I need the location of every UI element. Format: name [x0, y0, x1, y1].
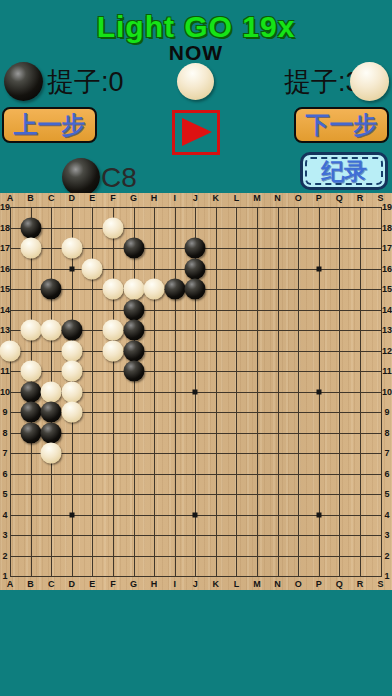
stone-white — [61, 361, 82, 382]
board-row-label: 12 — [382, 346, 392, 356]
stone-white — [102, 340, 123, 361]
board-col-label: P — [316, 193, 322, 203]
board-col-label: Q — [336, 579, 343, 589]
board-col-label: S — [377, 579, 383, 589]
board-col-label: C — [48, 193, 55, 203]
board-row-label: 14 — [0, 305, 10, 315]
board-col-label: B — [27, 579, 34, 589]
board-col-label: H — [151, 193, 158, 203]
stone-black — [123, 238, 144, 259]
board-col-label: K — [213, 579, 220, 589]
board-row-label: 6 — [2, 469, 7, 479]
board-col-label: R — [357, 579, 364, 589]
board-row-label: 9 — [384, 407, 389, 417]
stone-white — [61, 340, 82, 361]
play-button[interactable] — [172, 110, 220, 155]
board-row-label: 19 — [382, 202, 392, 212]
board-row-label: 18 — [0, 223, 10, 233]
board-star-point — [69, 512, 74, 517]
board-col-label: M — [253, 579, 261, 589]
stone-white — [61, 238, 82, 259]
board-col-label: N — [274, 579, 281, 589]
stone-black — [185, 279, 206, 300]
board-col-label: E — [89, 579, 95, 589]
board-row-label: 11 — [382, 366, 392, 376]
board-row-label: 7 — [384, 448, 389, 458]
last-move-stone-icon — [62, 158, 100, 196]
board-row-label: 11 — [0, 366, 10, 376]
stone-black — [20, 217, 41, 238]
board-row-label: 4 — [2, 510, 7, 520]
stone-white — [41, 320, 62, 341]
board-col-label: L — [234, 193, 240, 203]
board-col-label: Q — [336, 193, 343, 203]
app-title: Light GO 19x — [0, 10, 392, 44]
board-star-point — [193, 389, 198, 394]
stone-black — [185, 258, 206, 279]
stone-black — [123, 361, 144, 382]
app-screen: Light GO 19x NOW 提子:0 提子:3 上一步 下一步 C8 纪录… — [0, 0, 392, 696]
record-button[interactable]: 纪录 — [300, 152, 388, 190]
stone-white — [144, 279, 165, 300]
board-col-label: F — [110, 579, 116, 589]
board-row-label: 2 — [384, 551, 389, 561]
board-row-label: 17 — [382, 243, 392, 253]
stone-white — [61, 402, 82, 423]
board-col-label: C — [48, 579, 55, 589]
board-grid-line — [10, 433, 382, 434]
board-col-label: J — [193, 579, 198, 589]
board-col-label: P — [316, 579, 322, 589]
board-col-label: O — [295, 193, 302, 203]
black-captures-label: 提子:0 — [47, 67, 124, 98]
board-star-point — [316, 512, 321, 517]
board-grid-line — [10, 474, 382, 475]
turn-now-label: NOW — [0, 41, 392, 65]
stone-black — [123, 320, 144, 341]
stone-white — [20, 320, 41, 341]
board-col-label: M — [253, 193, 261, 203]
current-turn-white-stone-icon — [177, 63, 214, 100]
board-row-label: 15 — [0, 284, 10, 294]
stone-white — [61, 381, 82, 402]
stone-black — [185, 238, 206, 259]
board-grid-line — [10, 453, 382, 454]
board-col-label: L — [234, 579, 240, 589]
board-col-label: F — [110, 193, 116, 203]
prev-step-button[interactable]: 上一步 — [2, 107, 97, 143]
board-col-label: H — [151, 579, 158, 589]
stone-white — [102, 217, 123, 238]
board-col-label: D — [69, 193, 76, 203]
board-row-label: 16 — [382, 264, 392, 274]
stone-white — [82, 258, 103, 279]
board-col-label: B — [27, 193, 34, 203]
next-step-button[interactable]: 下一步 — [294, 107, 389, 143]
board-grid-line — [257, 207, 258, 577]
board-grid-line — [298, 207, 299, 577]
board-col-label: G — [130, 579, 137, 589]
stone-white — [41, 443, 62, 464]
black-player-stone-icon — [4, 62, 43, 101]
stone-white — [20, 238, 41, 259]
stone-white — [0, 340, 21, 361]
stone-black — [164, 279, 185, 300]
board-col-label: D — [69, 579, 76, 589]
board-col-label: G — [130, 193, 137, 203]
stone-white — [123, 279, 144, 300]
board-grid-line — [339, 207, 340, 577]
board-row-label: 18 — [382, 223, 392, 233]
board-col-label: A — [7, 579, 14, 589]
board-row-label: 13 — [382, 325, 392, 335]
stone-white — [20, 361, 41, 382]
board-grid-line — [236, 207, 237, 577]
board-col-label: K — [213, 193, 220, 203]
stone-black — [123, 299, 144, 320]
board-row-label: 3 — [384, 530, 389, 540]
board-row-label: 6 — [384, 469, 389, 479]
board-star-point — [316, 266, 321, 271]
stone-black — [123, 340, 144, 361]
board-row-label: 16 — [0, 264, 10, 274]
board-row-label: 5 — [384, 489, 389, 499]
board-col-label: N — [274, 193, 281, 203]
board-grid-line — [360, 207, 361, 577]
board-row-label: 1 — [384, 571, 389, 581]
board-col-label: R — [357, 193, 364, 203]
board-row-label: 15 — [382, 284, 392, 294]
stone-black — [20, 381, 41, 402]
play-icon — [182, 118, 212, 146]
board-grid-line — [10, 494, 382, 495]
board-col-label: I — [173, 193, 176, 203]
board-row-label: 3 — [2, 530, 7, 540]
board-grid-line — [278, 207, 279, 577]
stone-black — [41, 279, 62, 300]
record-button-label: 纪录 — [303, 156, 385, 186]
board-row-label: 10 — [382, 387, 392, 397]
board-row-label: 19 — [0, 202, 10, 212]
stone-black — [61, 320, 82, 341]
stone-white — [102, 279, 123, 300]
board-row-label: 10 — [0, 387, 10, 397]
board-col-label: J — [193, 193, 198, 203]
board-grid-line — [216, 207, 217, 577]
stone-white — [102, 320, 123, 341]
stone-black — [41, 402, 62, 423]
board-grid-line — [10, 535, 382, 536]
board-star-point — [193, 512, 198, 517]
board-col-label: E — [89, 193, 95, 203]
white-player-stone-icon — [350, 62, 389, 101]
stone-black — [41, 422, 62, 443]
board-row-label: 8 — [2, 428, 7, 438]
board-row-label: 14 — [382, 305, 392, 315]
go-board[interactable]: AABBCCDDEEFFGGHHIIJJKKLLMMNNOOPPQQRRSS19… — [0, 193, 392, 590]
board-row-label: 4 — [384, 510, 389, 520]
board-row-label: 5 — [2, 489, 7, 499]
stone-black — [20, 402, 41, 423]
board-row-label: 2 — [2, 551, 7, 561]
board-row-label: 7 — [2, 448, 7, 458]
board-col-label: O — [295, 579, 302, 589]
board-star-point — [316, 389, 321, 394]
board-row-label: 1 — [2, 571, 7, 581]
board-row-label: 8 — [384, 428, 389, 438]
board-row-label: 9 — [2, 407, 7, 417]
board-col-label: I — [173, 579, 176, 589]
board-star-point — [69, 266, 74, 271]
stone-white — [41, 381, 62, 402]
stone-black — [20, 422, 41, 443]
board-row-label: 17 — [0, 243, 10, 253]
board-grid-line — [10, 556, 382, 557]
last-move-label: C8 — [101, 163, 137, 193]
board-row-label: 13 — [0, 325, 10, 335]
board-grid-line — [10, 576, 382, 577]
